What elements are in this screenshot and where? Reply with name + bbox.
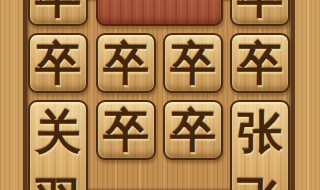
guan-yu-tile[interactable]: 关 羽 [28, 100, 88, 190]
soldier-tile-c2[interactable]: 卒 [163, 100, 223, 160]
soldier-label: 卒 [237, 40, 283, 86]
soldier-tile-b3[interactable]: 卒 [230, 33, 290, 93]
soldier-label: 卒 [103, 40, 149, 86]
soldier-tile-b0[interactable]: 卒 [28, 33, 88, 93]
soldier-label: 卒 [35, 40, 81, 86]
soldier-tile-a0[interactable]: 卒 [28, 0, 88, 26]
soldier-label: 卒 [237, 0, 283, 19]
puzzle-screen: 卒 卒 卒 卒 卒 卒 关 羽 卒 卒 张 飞 [0, 0, 320, 190]
soldier-label: 卒 [103, 107, 149, 153]
zhang-fei-label-top: 张 [232, 102, 288, 162]
guan-yu-label-bottom: 羽 [30, 169, 86, 190]
zhang-fei-tile[interactable]: 张 飞 [230, 100, 290, 190]
soldier-tile-c1[interactable]: 卒 [96, 100, 156, 160]
zhang-fei-label-bottom: 飞 [232, 169, 288, 190]
soldier-label: 卒 [170, 107, 216, 153]
cao-cao-block[interactable] [96, 0, 223, 26]
soldier-label: 卒 [35, 0, 81, 19]
soldier-tile-a3[interactable]: 卒 [230, 0, 290, 26]
soldier-tile-b1[interactable]: 卒 [96, 33, 156, 93]
guan-yu-label-top: 关 [30, 102, 86, 162]
soldier-label: 卒 [170, 40, 216, 86]
soldier-tile-b2[interactable]: 卒 [163, 33, 223, 93]
